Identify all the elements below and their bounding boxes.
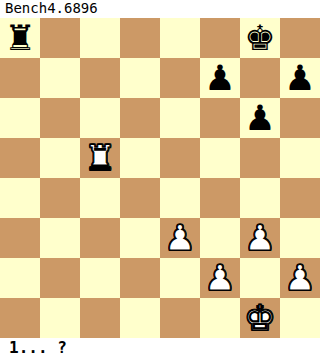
square-h6[interactable] <box>280 98 320 138</box>
square-f5[interactable] <box>200 138 240 178</box>
square-g1[interactable]: ♚ <box>240 298 280 338</box>
square-g6[interactable]: ♟ <box>240 98 280 138</box>
square-d4[interactable] <box>120 178 160 218</box>
black-pawn[interactable]: ♟ <box>280 58 320 98</box>
square-h7[interactable]: ♟ <box>280 58 320 98</box>
square-f3[interactable] <box>200 218 240 258</box>
square-c5[interactable]: ♜ <box>80 138 120 178</box>
white-pawn[interactable]: ♟ <box>240 218 280 258</box>
title-bar: Bench4.6896 <box>0 0 320 18</box>
square-h8[interactable] <box>280 18 320 58</box>
square-e8[interactable] <box>160 18 200 58</box>
square-d5[interactable] <box>120 138 160 178</box>
square-e4[interactable] <box>160 178 200 218</box>
white-rook[interactable]: ♜ <box>80 138 120 178</box>
square-f6[interactable] <box>200 98 240 138</box>
square-g5[interactable] <box>240 138 280 178</box>
square-c7[interactable] <box>80 58 120 98</box>
white-pawn[interactable]: ♟ <box>200 258 240 298</box>
square-d6[interactable] <box>120 98 160 138</box>
square-e7[interactable] <box>160 58 200 98</box>
black-rook[interactable]: ♜ <box>0 18 40 58</box>
white-pawn[interactable]: ♟ <box>160 218 200 258</box>
square-b1[interactable] <box>40 298 80 338</box>
square-b5[interactable] <box>40 138 80 178</box>
square-b8[interactable] <box>40 18 80 58</box>
square-g8[interactable]: ♚ <box>240 18 280 58</box>
square-a6[interactable] <box>0 98 40 138</box>
black-pawn[interactable]: ♟ <box>240 98 280 138</box>
square-c3[interactable] <box>80 218 120 258</box>
square-h4[interactable] <box>280 178 320 218</box>
chess-board[interactable]: ♜♚♟♟♟♜♟♟♟♟♚ <box>0 18 320 338</box>
square-b4[interactable] <box>40 178 80 218</box>
square-e2[interactable] <box>160 258 200 298</box>
white-pawn[interactable]: ♟ <box>280 258 320 298</box>
xboard-window: Bench4.6896 ♜♚♟♟♟♜♟♟♟♟♚ 1... ? <box>0 0 320 360</box>
square-g2[interactable] <box>240 258 280 298</box>
status-bar: 1... ? <box>0 338 320 360</box>
square-a7[interactable] <box>0 58 40 98</box>
square-b3[interactable] <box>40 218 80 258</box>
square-d7[interactable] <box>120 58 160 98</box>
square-a2[interactable] <box>0 258 40 298</box>
black-king[interactable]: ♚ <box>240 18 280 58</box>
square-a8[interactable]: ♜ <box>0 18 40 58</box>
square-h2[interactable]: ♟ <box>280 258 320 298</box>
square-d3[interactable] <box>120 218 160 258</box>
square-e6[interactable] <box>160 98 200 138</box>
square-h3[interactable] <box>280 218 320 258</box>
square-g7[interactable] <box>240 58 280 98</box>
square-h1[interactable] <box>280 298 320 338</box>
square-a5[interactable] <box>0 138 40 178</box>
window-title: Bench4.6896 <box>5 0 98 16</box>
square-a3[interactable] <box>0 218 40 258</box>
square-a4[interactable] <box>0 178 40 218</box>
square-g3[interactable]: ♟ <box>240 218 280 258</box>
square-d1[interactable] <box>120 298 160 338</box>
move-prompt: 1... ? <box>9 338 67 357</box>
square-c6[interactable] <box>80 98 120 138</box>
square-b2[interactable] <box>40 258 80 298</box>
square-e3[interactable]: ♟ <box>160 218 200 258</box>
square-c8[interactable] <box>80 18 120 58</box>
square-f2[interactable]: ♟ <box>200 258 240 298</box>
square-c1[interactable] <box>80 298 120 338</box>
square-a1[interactable] <box>0 298 40 338</box>
square-g4[interactable] <box>240 178 280 218</box>
square-f7[interactable]: ♟ <box>200 58 240 98</box>
square-b6[interactable] <box>40 98 80 138</box>
square-c4[interactable] <box>80 178 120 218</box>
black-pawn[interactable]: ♟ <box>200 58 240 98</box>
square-h5[interactable] <box>280 138 320 178</box>
square-e5[interactable] <box>160 138 200 178</box>
square-f4[interactable] <box>200 178 240 218</box>
square-c2[interactable] <box>80 258 120 298</box>
white-king[interactable]: ♚ <box>240 298 280 338</box>
square-d8[interactable] <box>120 18 160 58</box>
square-e1[interactable] <box>160 298 200 338</box>
square-f1[interactable] <box>200 298 240 338</box>
square-b7[interactable] <box>40 58 80 98</box>
square-f8[interactable] <box>200 18 240 58</box>
square-d2[interactable] <box>120 258 160 298</box>
